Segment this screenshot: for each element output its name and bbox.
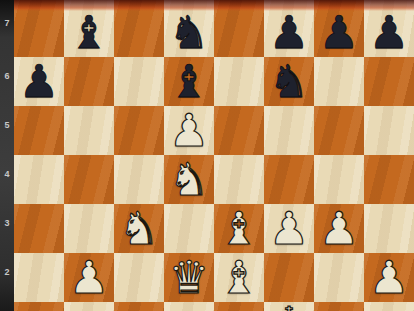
piece-white-knight-c3[interactable]: ♞ — [119, 204, 159, 253]
rank-label-strip: 765432 — [0, 0, 14, 311]
square-d2[interactable]: ♛ — [164, 253, 214, 302]
square-a1[interactable] — [14, 302, 64, 311]
piece-white-pawn-b2[interactable]: ♟ — [69, 253, 109, 302]
square-e2[interactable]: ♝ — [214, 253, 264, 302]
square-e3[interactable]: ♝ — [214, 204, 264, 253]
piece-black-pawn-a6[interactable]: ♟ — [19, 57, 59, 106]
square-b5[interactable] — [64, 106, 114, 155]
chess-board: ♝♞♟♟♟♟♝♞♟♞♞♝♟♟♟♛♝♟♚ — [14, 0, 414, 311]
square-f7[interactable]: ♟ — [264, 0, 314, 57]
square-c5[interactable] — [114, 106, 164, 155]
square-g5[interactable] — [314, 106, 364, 155]
piece-black-pawn-g7[interactable]: ♟ — [319, 8, 359, 57]
piece-black-knight-f6[interactable]: ♞ — [269, 57, 309, 106]
square-b4[interactable] — [64, 155, 114, 204]
square-c7[interactable] — [114, 0, 164, 57]
square-c4[interactable] — [114, 155, 164, 204]
rank-label-7: 7 — [0, 17, 14, 29]
square-a6[interactable]: ♟ — [14, 57, 64, 106]
square-b2[interactable]: ♟ — [64, 253, 114, 302]
square-a4[interactable] — [14, 155, 64, 204]
rank-label-3: 3 — [0, 217, 14, 229]
piece-white-bishop-e2[interactable]: ♝ — [219, 253, 259, 302]
square-g4[interactable] — [314, 155, 364, 204]
square-c3[interactable]: ♞ — [114, 204, 164, 253]
square-d7[interactable]: ♞ — [164, 0, 214, 57]
square-e4[interactable] — [214, 155, 264, 204]
rank-label-5: 5 — [0, 119, 14, 131]
square-h5[interactable] — [364, 106, 414, 155]
square-c1[interactable] — [114, 302, 164, 311]
square-e7[interactable] — [214, 0, 264, 57]
square-d6[interactable]: ♝ — [164, 57, 214, 106]
square-h1[interactable] — [364, 302, 414, 311]
square-h2[interactable]: ♟ — [364, 253, 414, 302]
square-g1[interactable] — [314, 302, 364, 311]
rank-label-4: 4 — [0, 168, 14, 180]
square-h6[interactable] — [364, 57, 414, 106]
square-h7[interactable]: ♟ — [364, 0, 414, 57]
piece-black-pawn-f7[interactable]: ♟ — [269, 8, 309, 57]
square-f4[interactable] — [264, 155, 314, 204]
square-g6[interactable] — [314, 57, 364, 106]
piece-black-knight-d7[interactable]: ♞ — [169, 8, 209, 57]
square-b1[interactable] — [64, 302, 114, 311]
piece-white-pawn-g3[interactable]: ♟ — [319, 204, 359, 253]
square-a5[interactable] — [14, 106, 64, 155]
square-a2[interactable] — [14, 253, 64, 302]
square-d4[interactable]: ♞ — [164, 155, 214, 204]
chess-board-screenshot: 765432 ♝♞♟♟♟♟♝♞♟♞♞♝♟♟♟♛♝♟♚ — [0, 0, 414, 311]
square-c2[interactable] — [114, 253, 164, 302]
piece-white-pawn-h2[interactable]: ♟ — [369, 253, 409, 302]
square-d5[interactable]: ♟ — [164, 106, 214, 155]
piece-white-queen-d2[interactable]: ♛ — [169, 253, 209, 302]
square-a3[interactable] — [14, 204, 64, 253]
piece-white-bishop-e3[interactable]: ♝ — [219, 204, 259, 253]
square-b3[interactable] — [64, 204, 114, 253]
square-d1[interactable] — [164, 302, 214, 311]
square-d3[interactable] — [164, 204, 214, 253]
square-e6[interactable] — [214, 57, 264, 106]
square-f3[interactable]: ♟ — [264, 204, 314, 253]
piece-black-bishop-d6[interactable]: ♝ — [169, 57, 209, 106]
square-a7[interactable] — [14, 0, 64, 57]
square-e1[interactable] — [214, 302, 264, 311]
square-g2[interactable] — [314, 253, 364, 302]
piece-black-pawn-h7[interactable]: ♟ — [369, 8, 409, 57]
square-h4[interactable] — [364, 155, 414, 204]
piece-white-king-f1[interactable]: ♚ — [269, 299, 309, 311]
square-f1[interactable]: ♚ — [264, 302, 314, 311]
square-f2[interactable] — [264, 253, 314, 302]
square-e5[interactable] — [214, 106, 264, 155]
square-g3[interactable]: ♟ — [314, 204, 364, 253]
piece-black-bishop-b7[interactable]: ♝ — [69, 8, 109, 57]
square-c6[interactable] — [114, 57, 164, 106]
rank-label-6: 6 — [0, 70, 14, 82]
piece-white-pawn-d5[interactable]: ♟ — [169, 106, 209, 155]
square-f6[interactable]: ♞ — [264, 57, 314, 106]
piece-white-knight-d4[interactable]: ♞ — [169, 155, 209, 204]
rank-label-2: 2 — [0, 266, 14, 278]
square-b6[interactable] — [64, 57, 114, 106]
board-grid: ♝♞♟♟♟♟♝♞♟♞♞♝♟♟♟♛♝♟♚ — [14, 0, 414, 311]
square-f5[interactable] — [264, 106, 314, 155]
square-g7[interactable]: ♟ — [314, 0, 364, 57]
square-b7[interactable]: ♝ — [64, 0, 114, 57]
square-h3[interactable] — [364, 204, 414, 253]
piece-white-pawn-f3[interactable]: ♟ — [269, 204, 309, 253]
